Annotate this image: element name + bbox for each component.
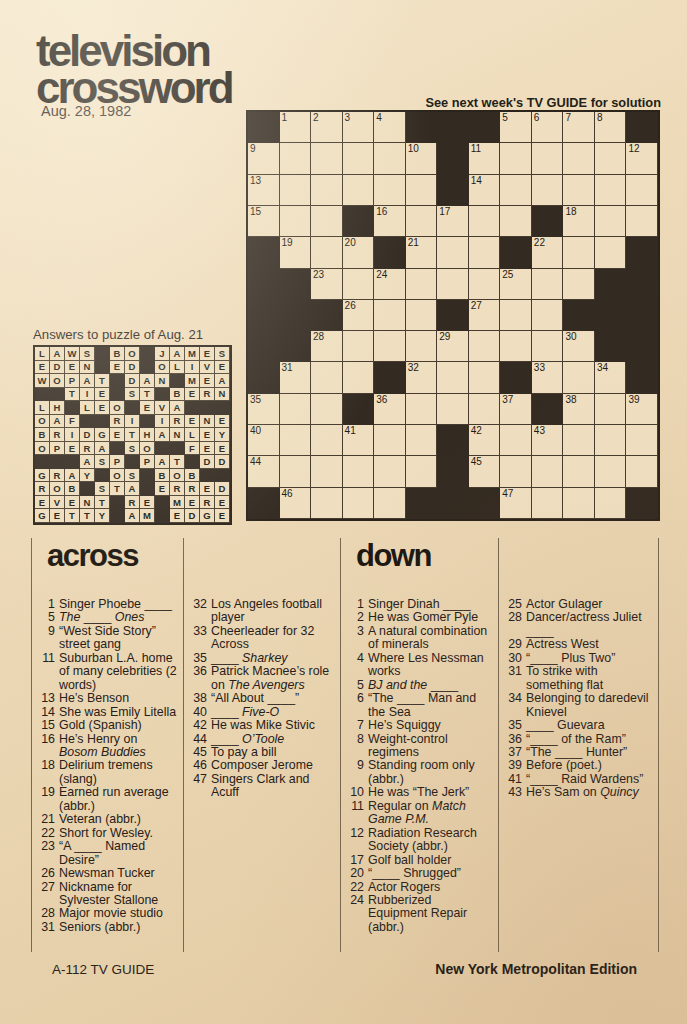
answer-letter-cell: M <box>140 509 155 523</box>
cell-number: 26 <box>345 301 356 311</box>
grid-cell[interactable]: 42 <box>469 425 501 456</box>
grid-cell[interactable] <box>626 456 658 487</box>
issue-date: Aug. 28, 1982 <box>41 103 131 119</box>
clue-item: 22Actor Rogers <box>346 881 494 894</box>
grid-cell[interactable]: 31 <box>280 362 312 393</box>
block-cell <box>374 362 406 393</box>
grid-cell[interactable]: 39 <box>626 394 658 425</box>
grid-cell[interactable] <box>374 331 406 362</box>
grid-cell[interactable] <box>374 488 406 519</box>
clue-text: Cheerleader for 32 Across <box>211 625 336 652</box>
cell-number: 31 <box>282 363 293 373</box>
clue-item: 3A natural combination of minerals <box>346 625 494 652</box>
grid-cell[interactable] <box>500 206 532 237</box>
answer-letter-cell: R <box>200 496 215 510</box>
answer-letter-cell: G <box>95 428 110 442</box>
grid-cell[interactable]: 46 <box>280 488 312 519</box>
clue-number: 1 <box>346 598 364 611</box>
grid-cell[interactable] <box>343 488 375 519</box>
clue-text: Actress West <box>526 638 654 651</box>
block-cell <box>437 425 469 456</box>
grid-cell[interactable]: 2 <box>311 112 343 143</box>
grid-cell[interactable]: 6 <box>532 112 564 143</box>
clue-text: Dancer/actress Juliet ____ <box>526 611 654 638</box>
cell-number: 10 <box>408 144 419 154</box>
grid-cell[interactable] <box>563 175 595 206</box>
grid-cell[interactable] <box>311 175 343 206</box>
grid-cell[interactable]: 17 <box>437 206 469 237</box>
grid-cell[interactable] <box>406 206 438 237</box>
grid-cell[interactable] <box>437 394 469 425</box>
answer-block-cell <box>110 442 125 456</box>
grid-cell[interactable]: 23 <box>311 269 343 300</box>
answer-letter-cell: E <box>170 509 185 523</box>
grid-cell[interactable] <box>280 456 312 487</box>
grid-cell[interactable]: 9 <box>248 143 280 174</box>
answer-letter-cell: G <box>35 509 50 523</box>
grid-cell[interactable] <box>532 175 564 206</box>
grid-cell[interactable] <box>469 394 501 425</box>
answer-letter-cell: E <box>215 361 230 375</box>
clue-text: Singers Clark and Acuff <box>211 773 336 800</box>
clue-number: 19 <box>37 786 55 813</box>
block-cell <box>500 237 532 268</box>
answer-letter-cell: S <box>215 347 230 361</box>
grid-cell[interactable] <box>311 456 343 487</box>
clue-number: 44 <box>189 733 207 746</box>
answer-letter-cell: S <box>125 469 140 483</box>
clue-item: 42He was Mike Stivic <box>189 719 336 732</box>
grid-cell[interactable] <box>343 362 375 393</box>
grid-cell[interactable] <box>280 206 312 237</box>
grid-cell[interactable]: 3 <box>343 112 375 143</box>
grid-cell[interactable] <box>437 237 469 268</box>
answer-letter-cell: E <box>110 361 125 375</box>
clue-number: 13 <box>37 692 55 705</box>
clue-item: 27Nickname for Sylvester Stallone <box>37 881 179 908</box>
cell-number: 16 <box>376 207 387 217</box>
answer-letter-cell: E <box>185 496 200 510</box>
answer-letter-cell: O <box>50 482 65 496</box>
grid-cell[interactable]: 40 <box>248 425 280 456</box>
clue-item: 39Before (poet.) <box>504 759 654 772</box>
answer-block-cell <box>95 361 110 375</box>
answer-letter-cell: O <box>155 361 170 375</box>
answer-block-cell <box>215 469 230 483</box>
grid-cell[interactable] <box>595 206 627 237</box>
grid-cell[interactable]: 21 <box>406 237 438 268</box>
clue-item: 30“____ Plus Two” <box>504 652 654 665</box>
grid-cell[interactable] <box>280 425 312 456</box>
cell-number: 30 <box>565 332 576 342</box>
clue-item: 29Actress West <box>504 638 654 651</box>
grid-cell[interactable] <box>595 237 627 268</box>
clue-number: 31 <box>37 921 55 934</box>
answer-block-cell <box>65 401 80 415</box>
answer-letter-cell: R <box>125 496 140 510</box>
clue-item: 47Singers Clark and Acuff <box>189 773 336 800</box>
cell-number: 43 <box>534 426 545 436</box>
grid-cell[interactable] <box>280 175 312 206</box>
grid-cell[interactable] <box>532 300 564 331</box>
clue-number: 10 <box>346 786 364 799</box>
grid-cell[interactable]: 38 <box>563 394 595 425</box>
answer-letter-cell: T <box>95 496 110 510</box>
grid-cell[interactable]: 43 <box>532 425 564 456</box>
answer-letter-cell: O <box>170 469 185 483</box>
grid-cell[interactable] <box>532 143 564 174</box>
answer-letter-cell: S <box>125 388 140 402</box>
grid-cell[interactable]: 12 <box>626 143 658 174</box>
grid-cell[interactable]: 41 <box>343 425 375 456</box>
clue-number: 18 <box>37 759 55 786</box>
grid-cell[interactable] <box>500 425 532 456</box>
clue-number: 17 <box>346 854 364 867</box>
grid-cell[interactable] <box>595 175 627 206</box>
grid-cell[interactable] <box>343 456 375 487</box>
answer-letter-cell: E <box>110 428 125 442</box>
cell-number: 32 <box>408 363 419 373</box>
clue-text: A natural combination of minerals <box>368 625 494 652</box>
grid-cell[interactable] <box>343 269 375 300</box>
clue-item: 9“West Side Story” street gang <box>37 625 179 652</box>
answer-block-cell <box>200 401 215 415</box>
clue-item: 7He’s Squiggy <box>346 719 494 732</box>
grid-cell[interactable] <box>563 362 595 393</box>
cell-number: 8 <box>597 113 603 123</box>
block-cell <box>248 300 280 331</box>
grid-cell[interactable]: 33 <box>532 362 564 393</box>
answer-block-cell <box>35 388 50 402</box>
grid-cell[interactable] <box>626 425 658 456</box>
clue-number: 15 <box>37 719 55 732</box>
cell-number: 27 <box>471 301 482 311</box>
clue-item: 41“____ Raid Wardens” <box>504 773 654 786</box>
clue-number: 41 <box>504 773 522 786</box>
grid-cell[interactable] <box>406 175 438 206</box>
clue-text: Belonging to daredevil Knievel <box>526 692 654 719</box>
grid-cell[interactable] <box>595 488 627 519</box>
grid-cell[interactable] <box>406 425 438 456</box>
clue-number: 21 <box>37 813 55 826</box>
grid-cell[interactable] <box>374 175 406 206</box>
grid-cell[interactable]: 7 <box>563 112 595 143</box>
grid-cell[interactable] <box>374 143 406 174</box>
answer-letter-cell: T <box>125 428 140 442</box>
answer-letter-cell: N <box>200 415 215 429</box>
clue-number: 22 <box>346 881 364 894</box>
clue-number: 26 <box>37 867 55 880</box>
answer-letter-cell: R <box>170 482 185 496</box>
answer-letter-cell: T <box>80 509 95 523</box>
grid-cell[interactable] <box>469 237 501 268</box>
answer-letter-cell: E <box>35 361 50 375</box>
grid-cell[interactable] <box>311 237 343 268</box>
grid-cell[interactable] <box>469 269 501 300</box>
clue-number: 40 <box>189 706 207 719</box>
grid-cell[interactable] <box>595 425 627 456</box>
grid-cell[interactable]: 44 <box>248 456 280 487</box>
clue-number: 42 <box>189 719 207 732</box>
answer-letter-cell: E <box>95 388 110 402</box>
clue-section: across 1Singer Phoebe ____5The ____ Ones… <box>31 538 659 952</box>
answer-letter-cell: E <box>215 509 230 523</box>
clue-item: 5BJ and the ____ <box>346 679 494 692</box>
answer-letter-cell: G <box>35 469 50 483</box>
grid-cell[interactable] <box>311 206 343 237</box>
solution-note: See next week's TV GUIDE for solution <box>425 95 661 110</box>
clue-text: Radiation Research Society (abbr.) <box>368 827 494 854</box>
grid-cell[interactable] <box>500 456 532 487</box>
grid-cell[interactable]: 20 <box>343 237 375 268</box>
answer-block-cell <box>140 415 155 429</box>
grid-cell[interactable]: 1 <box>280 112 312 143</box>
clue-number: 4 <box>346 652 364 679</box>
block-cell <box>248 237 280 268</box>
answer-letter-cell: B <box>185 469 200 483</box>
answer-grid: LAWSBOJAMESEDENEDOLIVEWOPATDANMEATIESTBE… <box>33 345 232 525</box>
grid-cell[interactable]: 13 <box>248 175 280 206</box>
grid-cell[interactable]: 11 <box>469 143 501 174</box>
clue-number: 9 <box>37 625 55 652</box>
clue-text: “The ____ Hunter” <box>526 746 654 759</box>
block-cell <box>563 300 595 331</box>
clue-text: The ____ Ones <box>59 611 179 624</box>
grid-cell[interactable]: 10 <box>406 143 438 174</box>
answer-letter-cell: R <box>50 428 65 442</box>
grid-cell[interactable]: 45 <box>469 456 501 487</box>
grid-cell[interactable]: 19 <box>280 237 312 268</box>
grid-cell[interactable] <box>626 175 658 206</box>
answer-block-cell <box>185 455 200 469</box>
grid-cell[interactable]: 36 <box>374 394 406 425</box>
grid-cell[interactable]: 26 <box>343 300 375 331</box>
grid-cell[interactable] <box>532 269 564 300</box>
grid-cell[interactable] <box>563 269 595 300</box>
answer-letter-cell: H <box>50 401 65 415</box>
clue-number: 33 <box>189 625 207 652</box>
grid-cell[interactable] <box>437 362 469 393</box>
grid-cell[interactable] <box>469 362 501 393</box>
grid-cell[interactable] <box>311 488 343 519</box>
clue-number: 47 <box>189 773 207 800</box>
grid-cell[interactable] <box>406 394 438 425</box>
clue-number: 43 <box>504 786 522 799</box>
answer-block-cell <box>155 442 170 456</box>
grid-cell[interactable]: 27 <box>469 300 501 331</box>
block-cell <box>595 331 627 362</box>
answer-letter-cell: E <box>50 509 65 523</box>
grid-cell[interactable] <box>343 331 375 362</box>
cell-number: 45 <box>471 457 482 467</box>
magazine-page: television crossword Aug. 28, 1982 See n… <box>0 0 687 1024</box>
grid-cell[interactable] <box>343 175 375 206</box>
clue-text: Actor Rogers <box>368 881 494 894</box>
grid-cell[interactable]: 16 <box>374 206 406 237</box>
grid-cell[interactable] <box>343 143 375 174</box>
answer-block-cell <box>110 509 125 523</box>
grid-cell[interactable] <box>406 456 438 487</box>
clue-text: “____ of the Ram” <box>526 733 654 746</box>
grid-cell[interactable]: 29 <box>437 331 469 362</box>
grid-cell[interactable] <box>595 143 627 174</box>
clue-number: 24 <box>346 894 364 934</box>
grid-cell[interactable] <box>626 206 658 237</box>
cell-number: 11 <box>471 144 481 154</box>
grid-cell[interactable] <box>374 425 406 456</box>
grid-cell[interactable] <box>563 237 595 268</box>
grid-cell[interactable] <box>563 143 595 174</box>
down-clues-col1: 1Singer Dinah ____2He was Gomer Pyle3A n… <box>346 598 494 934</box>
grid-cell[interactable]: 15 <box>248 206 280 237</box>
clue-text: Short for Wesley. <box>59 827 179 840</box>
grid-cell[interactable]: 32 <box>406 362 438 393</box>
grid-cell[interactable] <box>280 143 312 174</box>
grid-cell[interactable]: 34 <box>595 362 627 393</box>
clue-text: ____ Guevara <box>526 719 654 732</box>
answer-letter-cell: N <box>80 496 95 510</box>
grid-cell[interactable]: 18 <box>563 206 595 237</box>
grid-cell[interactable]: 28 <box>311 331 343 362</box>
grid-cell[interactable] <box>563 425 595 456</box>
down-header: down <box>356 540 494 572</box>
cell-number: 39 <box>628 395 639 405</box>
cell-number: 12 <box>628 144 639 154</box>
cell-number: 4 <box>376 113 382 123</box>
cell-number: 35 <box>250 395 261 405</box>
answer-letter-cell: O <box>110 469 125 483</box>
grid-cell[interactable] <box>406 269 438 300</box>
grid-cell[interactable] <box>437 269 469 300</box>
grid-cell[interactable] <box>563 456 595 487</box>
answer-letter-cell: I <box>80 388 95 402</box>
clue-number: 5 <box>346 679 364 692</box>
clue-text: Composer Jerome <box>211 759 336 772</box>
cell-number: 20 <box>345 238 356 248</box>
clue-item: 44____ O’Toole <box>189 733 336 746</box>
clue-number: 22 <box>37 827 55 840</box>
answer-letter-cell: T <box>170 455 185 469</box>
grid-cell[interactable] <box>532 331 564 362</box>
answer-letter-cell: O <box>110 401 125 415</box>
grid-cell[interactable] <box>500 175 532 206</box>
grid-cell[interactable] <box>469 331 501 362</box>
grid-cell[interactable]: 37 <box>500 394 532 425</box>
clue-item: 22Short for Wesley. <box>37 827 179 840</box>
grid-cell[interactable]: 25 <box>500 269 532 300</box>
grid-cell[interactable] <box>311 394 343 425</box>
clue-text: Singer Phoebe ____ <box>59 598 179 611</box>
answer-letter-cell: P <box>110 455 125 469</box>
answer-letter-cell: R <box>170 415 185 429</box>
grid-cell[interactable] <box>532 488 564 519</box>
answer-letter-cell: M <box>185 347 200 361</box>
grid-cell[interactable] <box>500 300 532 331</box>
block-cell <box>343 206 375 237</box>
answer-letter-cell: E <box>185 415 200 429</box>
grid-cell[interactable] <box>595 394 627 425</box>
answer-block-cell <box>200 469 215 483</box>
answer-letter-cell: R <box>185 482 200 496</box>
grid-cell[interactable] <box>406 331 438 362</box>
answer-block-cell <box>140 482 155 496</box>
footer-page-id: A-112 TV GUIDE <box>52 962 154 977</box>
grid-cell[interactable] <box>563 488 595 519</box>
answer-letter-cell: R <box>50 469 65 483</box>
answer-letter-cell: O <box>125 347 140 361</box>
clue-item: 10He was “The Jerk” <box>346 786 494 799</box>
block-cell <box>626 237 658 268</box>
cell-number: 37 <box>502 395 513 405</box>
clue-text: Golf ball holder <box>368 854 494 867</box>
grid-cell[interactable] <box>500 143 532 174</box>
answer-letter-cell: E <box>65 442 80 456</box>
grid-cell[interactable] <box>406 300 438 331</box>
grid-cell[interactable] <box>311 362 343 393</box>
grid-cell[interactable]: 4 <box>374 112 406 143</box>
answer-letter-cell: T <box>65 509 80 523</box>
grid-cell[interactable] <box>280 394 312 425</box>
grid-cell[interactable] <box>374 456 406 487</box>
clue-text: He’s Henry on Bosom Buddies <box>59 733 179 760</box>
grid-cell[interactable]: 35 <box>248 394 280 425</box>
answer-letter-cell: R <box>110 415 125 429</box>
clue-text: ____ Five-O <box>211 706 336 719</box>
block-cell <box>469 112 501 143</box>
block-cell <box>595 269 627 300</box>
block-cell <box>595 300 627 331</box>
cell-number: 28 <box>313 332 324 342</box>
clue-item: 37“The ____ Hunter” <box>504 746 654 759</box>
clue-number: 36 <box>504 733 522 746</box>
grid-cell[interactable]: 47 <box>500 488 532 519</box>
cell-number: 19 <box>282 238 293 248</box>
answer-letter-cell: Y <box>80 469 95 483</box>
down-clues-col2: 25Actor Gulager28Dancer/actress Juliet _… <box>504 598 654 800</box>
grid-cell[interactable]: 14 <box>469 175 501 206</box>
answer-letter-cell: E <box>215 415 230 429</box>
grid-cell[interactable] <box>374 300 406 331</box>
answer-block-cell <box>185 401 200 415</box>
answer-block-cell <box>50 388 65 402</box>
grid-cell[interactable] <box>595 456 627 487</box>
clue-item: 2He was Gomer Pyle <box>346 611 494 624</box>
clue-item: 12Radiation Research Society (abbr.) <box>346 827 494 854</box>
grid-cell[interactable] <box>311 143 343 174</box>
cell-number: 15 <box>250 207 261 217</box>
clue-number: 1 <box>37 598 55 611</box>
grid-cell[interactable] <box>311 425 343 456</box>
grid-cell[interactable]: 22 <box>532 237 564 268</box>
cell-number: 17 <box>439 207 450 217</box>
grid-cell[interactable]: 8 <box>595 112 627 143</box>
grid-cell[interactable]: 30 <box>563 331 595 362</box>
grid-cell[interactable] <box>532 456 564 487</box>
grid-cell[interactable] <box>500 331 532 362</box>
block-cell <box>437 112 469 143</box>
answer-letter-cell: D <box>200 455 215 469</box>
clue-item: 35____ Sharkey <box>189 652 336 665</box>
grid-cell[interactable]: 5 <box>500 112 532 143</box>
answer-block-cell <box>65 455 80 469</box>
grid-cell[interactable]: 24 <box>374 269 406 300</box>
answer-letter-cell: P <box>50 442 65 456</box>
cell-number: 9 <box>250 144 256 154</box>
cell-number: 5 <box>502 113 508 123</box>
answers-caption: Answers to puzzle of Aug. 21 <box>33 327 203 342</box>
cell-number: 42 <box>471 426 482 436</box>
grid-cell[interactable] <box>469 206 501 237</box>
